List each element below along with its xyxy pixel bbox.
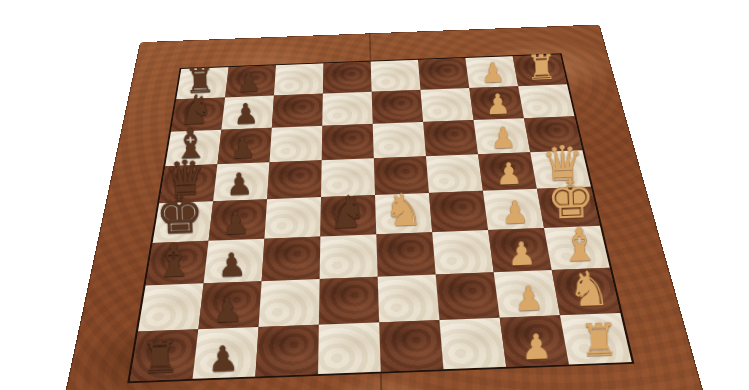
square-h5[interactable] [317, 322, 380, 374]
square-c5[interactable] [321, 124, 373, 160]
square-g6[interactable] [258, 279, 319, 327]
square-c7[interactable]: ♟ [217, 128, 271, 164]
square-b3[interactable] [420, 88, 473, 122]
square-f8[interactable]: ♝ [145, 241, 208, 286]
white-rook-h1[interactable]: ♜ [566, 317, 630, 364]
white-pawn-c2[interactable]: ♟ [476, 123, 529, 154]
black-pawn-d7[interactable]: ♟ [212, 168, 267, 200]
square-b4[interactable] [371, 90, 422, 124]
photo-background: ♜♟♟♜♞♟♟♝♟♟♛♟♟♛♚♟♞♞♟♚♝♟♟♝♟♟♞♜♟♟♜ [0, 0, 749, 390]
square-d6[interactable] [267, 160, 322, 199]
black-rook-h8[interactable]: ♜ [128, 334, 192, 381]
black-pawn-f7[interactable]: ♟ [202, 248, 261, 282]
square-e2[interactable]: ♟ [482, 189, 543, 230]
square-g5[interactable] [318, 277, 378, 325]
square-h7[interactable]: ♟ [192, 327, 258, 379]
square-a3[interactable] [418, 58, 469, 90]
black-pawn-g7[interactable]: ♟ [197, 293, 259, 329]
square-a7[interactable]: ♟ [225, 65, 276, 97]
square-h1[interactable]: ♜ [559, 313, 631, 364]
square-b2[interactable]: ♟ [469, 86, 524, 120]
square-e6[interactable] [264, 197, 321, 239]
white-pawn-h2[interactable]: ♟ [504, 329, 568, 366]
white-pawn-b2[interactable]: ♟ [472, 90, 523, 120]
square-a6[interactable] [274, 64, 323, 96]
black-pawn-e7[interactable]: ♟ [207, 207, 264, 240]
square-e4[interactable]: ♞ [375, 193, 432, 234]
square-d7[interactable]: ♟ [213, 162, 269, 201]
square-a1[interactable]: ♜ [512, 54, 566, 86]
white-knight-e4[interactable]: ♞ [374, 187, 432, 234]
white-pawn-f2[interactable]: ♟ [492, 237, 551, 271]
square-f5[interactable] [319, 234, 377, 279]
square-c6[interactable] [269, 126, 322, 162]
square-h8[interactable]: ♜ [129, 329, 197, 381]
square-g3[interactable] [435, 272, 499, 320]
black-pawn-a7[interactable]: ♟ [224, 68, 274, 97]
square-f7[interactable]: ♟ [203, 239, 264, 284]
square-g2[interactable]: ♟ [493, 270, 559, 318]
board-playfield: ♜♟♟♜♞♟♟♝♟♟♛♟♟♛♚♟♞♞♟♚♝♟♟♝♟♟♞♜♟♟♜ [127, 53, 634, 383]
square-f6[interactable] [261, 237, 320, 282]
square-e7[interactable]: ♟ [208, 199, 267, 241]
white-pawn-g2[interactable]: ♟ [498, 281, 560, 317]
square-g8[interactable] [137, 283, 203, 331]
square-b1[interactable] [518, 84, 574, 118]
black-knight-e5[interactable]: ♞ [318, 189, 376, 236]
square-h4[interactable] [379, 320, 443, 372]
square-c3[interactable] [423, 120, 478, 156]
square-b7[interactable]: ♟ [221, 96, 274, 130]
square-d3[interactable] [425, 154, 482, 193]
square-h3[interactable] [439, 318, 506, 370]
white-pawn-e2[interactable]: ♟ [486, 196, 543, 229]
square-e5[interactable]: ♞ [320, 195, 376, 237]
black-bishop-f8[interactable]: ♝ [143, 237, 203, 284]
white-pawn-d2[interactable]: ♟ [481, 158, 536, 190]
square-a4[interactable] [370, 60, 420, 92]
white-rook-a1[interactable]: ♜ [516, 49, 566, 85]
board-fold-seam [379, 374, 383, 390]
square-d2[interactable]: ♟ [478, 152, 537, 191]
square-c4[interactable] [372, 122, 425, 158]
perspective-wrapper: ♜♟♟♜♞♟♟♝♟♟♛♟♟♛♚♟♞♞♟♚♝♟♟♝♟♟♞♜♟♟♜ [0, 0, 749, 390]
square-a5[interactable] [322, 62, 371, 94]
square-a2[interactable]: ♟ [465, 56, 518, 88]
black-pawn-h7[interactable]: ♟ [191, 341, 255, 378]
square-f3[interactable] [432, 230, 493, 274]
square-g7[interactable]: ♟ [198, 281, 261, 329]
square-f2[interactable]: ♟ [488, 228, 552, 272]
square-c2[interactable]: ♟ [473, 118, 530, 154]
square-f4[interactable] [376, 232, 435, 276]
black-pawn-c7[interactable]: ♟ [216, 133, 269, 164]
square-g1[interactable]: ♞ [551, 268, 620, 316]
chess-board-frame: ♜♟♟♜♞♟♟♝♟♟♛♟♟♛♚♟♞♞♟♚♝♟♟♝♟♟♞♜♟♟♜ [55, 24, 709, 390]
square-b5[interactable] [322, 92, 372, 126]
board-fold-seam [368, 33, 371, 60]
square-h6[interactable] [255, 325, 319, 377]
white-knight-g1[interactable]: ♞ [557, 264, 619, 314]
square-h2[interactable]: ♟ [499, 315, 568, 366]
black-pawn-b7[interactable]: ♟ [220, 99, 271, 129]
white-pawn-a2[interactable]: ♟ [468, 59, 518, 88]
square-e3[interactable] [428, 191, 487, 232]
square-b6[interactable] [271, 94, 322, 128]
square-g4[interactable] [377, 274, 439, 322]
